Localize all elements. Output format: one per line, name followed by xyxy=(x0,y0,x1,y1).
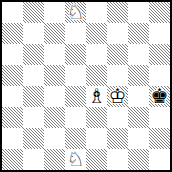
square-c5 xyxy=(44,65,65,86)
square-h3 xyxy=(149,107,170,128)
square-c7 xyxy=(44,23,65,44)
square-e8 xyxy=(86,2,107,23)
square-f7 xyxy=(107,23,128,44)
square-a8 xyxy=(2,2,23,23)
black-king-h4: ♚♚ xyxy=(149,86,170,107)
chess-board: ♞♘♝♗♚♔♚♚♞♘ xyxy=(2,2,170,170)
square-d5 xyxy=(65,65,86,86)
square-h5 xyxy=(149,65,170,86)
white-bishop-e4: ♝♗ xyxy=(86,86,107,107)
square-e7 xyxy=(86,23,107,44)
square-b1 xyxy=(23,149,44,170)
square-a3 xyxy=(2,107,23,128)
square-f6 xyxy=(107,44,128,65)
square-h1 xyxy=(149,149,170,170)
square-e2 xyxy=(86,128,107,149)
square-f1 xyxy=(107,149,128,170)
square-h4: ♚♚ xyxy=(149,86,170,107)
square-g8 xyxy=(128,2,149,23)
square-h2 xyxy=(149,128,170,149)
square-a1 xyxy=(2,149,23,170)
square-h8 xyxy=(149,2,170,23)
square-b3 xyxy=(23,107,44,128)
square-d6 xyxy=(65,44,86,65)
square-b4 xyxy=(23,86,44,107)
square-f2 xyxy=(107,128,128,149)
square-d7 xyxy=(65,23,86,44)
square-d3 xyxy=(65,107,86,128)
square-b7 xyxy=(23,23,44,44)
black-king-glyph: ♚ xyxy=(149,86,170,107)
square-c8 xyxy=(44,2,65,23)
square-c4 xyxy=(44,86,65,107)
square-e1 xyxy=(86,149,107,170)
white-knight-glyph: ♘ xyxy=(65,2,86,23)
square-h6 xyxy=(149,44,170,65)
square-c2 xyxy=(44,128,65,149)
square-b6 xyxy=(23,44,44,65)
square-c6 xyxy=(44,44,65,65)
square-d1: ♞♘ xyxy=(65,149,86,170)
square-g5 xyxy=(128,65,149,86)
square-a2 xyxy=(2,128,23,149)
square-e3 xyxy=(86,107,107,128)
square-b8 xyxy=(23,2,44,23)
square-a4 xyxy=(2,86,23,107)
chess-board-frame: ♞♘♝♗♚♔♚♚♞♘ xyxy=(0,0,172,172)
square-b5 xyxy=(23,65,44,86)
white-knight-d8: ♞♘ xyxy=(65,2,86,23)
square-g6 xyxy=(128,44,149,65)
white-king-glyph: ♔ xyxy=(107,86,128,107)
square-g7 xyxy=(128,23,149,44)
square-f3 xyxy=(107,107,128,128)
white-bishop-glyph: ♗ xyxy=(86,86,107,107)
square-a7 xyxy=(2,23,23,44)
square-g1 xyxy=(128,149,149,170)
square-e4: ♝♗ xyxy=(86,86,107,107)
square-d2 xyxy=(65,128,86,149)
square-c1 xyxy=(44,149,65,170)
square-g4 xyxy=(128,86,149,107)
square-b2 xyxy=(23,128,44,149)
square-e6 xyxy=(86,44,107,65)
square-d4 xyxy=(65,86,86,107)
square-e5 xyxy=(86,65,107,86)
square-f4: ♚♔ xyxy=(107,86,128,107)
square-g2 xyxy=(128,128,149,149)
square-g3 xyxy=(128,107,149,128)
square-d8: ♞♘ xyxy=(65,2,86,23)
square-f8 xyxy=(107,2,128,23)
square-c3 xyxy=(44,107,65,128)
square-a5 xyxy=(2,65,23,86)
white-knight-d1: ♞♘ xyxy=(65,149,86,170)
square-f5 xyxy=(107,65,128,86)
white-king-f4: ♚♔ xyxy=(107,86,128,107)
square-a6 xyxy=(2,44,23,65)
square-h7 xyxy=(149,23,170,44)
white-knight-glyph: ♘ xyxy=(65,149,86,170)
